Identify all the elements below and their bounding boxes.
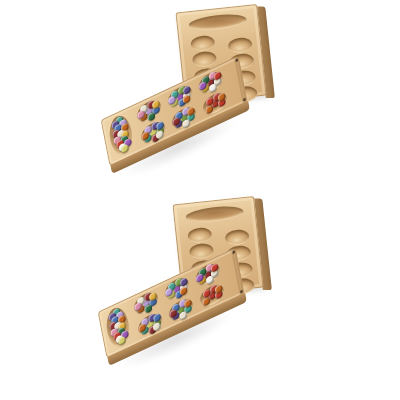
gem-stone <box>144 303 153 313</box>
lid-store-pit <box>188 12 247 32</box>
lid-pit-r1 <box>224 228 249 245</box>
flat-store-pit <box>104 304 132 351</box>
flat-store-pit <box>107 112 135 159</box>
gem-stone <box>206 275 215 285</box>
lid-store-pit <box>185 204 244 224</box>
gem-stone <box>117 336 126 346</box>
gem-stone <box>182 94 191 104</box>
gem-stone <box>147 111 156 121</box>
mancala-set-top <box>92 2 302 202</box>
gem-stone <box>205 104 214 114</box>
product-photo-canvas <box>0 0 400 400</box>
gem-stone <box>120 144 129 154</box>
gem-stone <box>209 83 218 93</box>
hinge-pin-top <box>235 58 238 62</box>
gem-stone <box>202 296 211 306</box>
lid-pit-l1 <box>187 226 212 243</box>
lid-pit-l1 <box>190 34 215 51</box>
gem-stone <box>153 321 162 331</box>
lid-pit-l2 <box>189 243 214 260</box>
lid-pit-r1 <box>227 36 252 53</box>
hinge-pin-top <box>232 250 235 254</box>
lid-pit-l2 <box>192 51 217 68</box>
mancala-set-bottom <box>89 194 299 394</box>
gem-stone <box>179 286 188 296</box>
gem-stone <box>156 129 165 139</box>
